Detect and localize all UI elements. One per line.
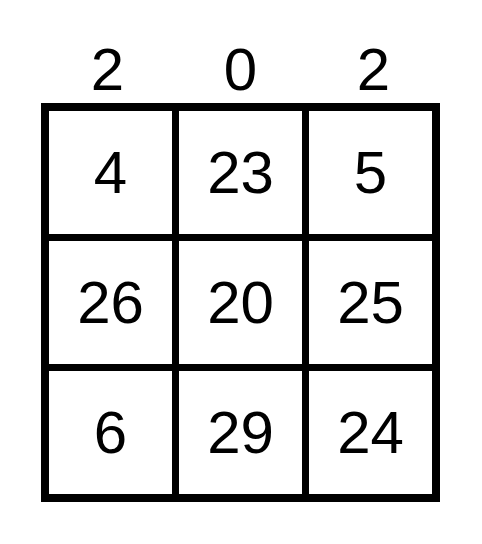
column-clue-1: 2: [41, 40, 174, 100]
grid-cell-r3c1[interactable]: 6: [49, 371, 172, 494]
grid-cell-r2c2[interactable]: 20: [179, 241, 302, 364]
grid-cell-r2c3[interactable]: 25: [309, 241, 432, 364]
grid-cell-r2c1[interactable]: 26: [49, 241, 172, 364]
column-clue-3: 2: [307, 40, 440, 100]
grid-cell-r1c1[interactable]: 4: [49, 111, 172, 234]
column-clues: 2 0 2: [41, 40, 440, 100]
grid-cell-r1c2[interactable]: 23: [179, 111, 302, 234]
puzzle-grid: 4 23 5 26 20 25 6 29 24: [41, 103, 440, 502]
column-clue-2: 0: [174, 40, 307, 100]
grid-cell-r3c2[interactable]: 29: [179, 371, 302, 494]
grid-cell-r3c3[interactable]: 24: [309, 371, 432, 494]
puzzle-page: 2 0 2 4 23 5 26 20 25 6 29 24: [0, 0, 482, 544]
grid-cell-r1c3[interactable]: 5: [309, 111, 432, 234]
